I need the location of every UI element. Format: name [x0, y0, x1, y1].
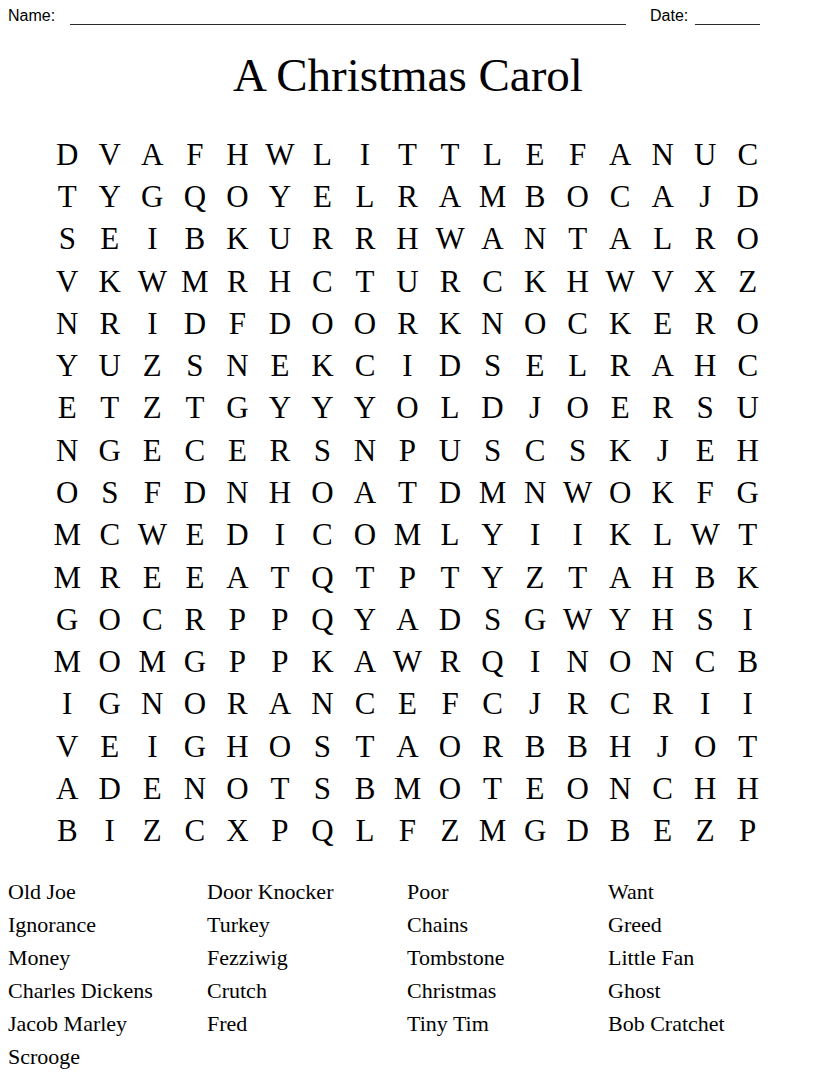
grid-cell-r12c16[interactable]: S — [684, 598, 727, 640]
grid-cell-r11c16[interactable]: B — [684, 556, 727, 598]
grid-cell-r9c10[interactable]: D — [429, 471, 472, 513]
grid-cell-r15c17[interactable]: T — [726, 725, 769, 767]
grid-cell-r16c16[interactable]: H — [684, 767, 727, 809]
grid-cell-r5c7[interactable]: O — [301, 302, 344, 344]
grid-cell-r1c13[interactable]: F — [556, 133, 599, 175]
grid-cell-r17c10[interactable]: Z — [429, 810, 472, 852]
grid-cell-r10c5[interactable]: D — [216, 514, 259, 556]
word-item[interactable]: Charles Dickens — [8, 974, 153, 1007]
word-item[interactable]: Scrooge — [8, 1040, 153, 1073]
grid-cell-r8c4[interactable]: C — [174, 429, 217, 471]
grid-cell-r10c2[interactable]: C — [89, 514, 132, 556]
grid-cell-r5c11[interactable]: N — [471, 302, 514, 344]
grid-cell-r17c16[interactable]: Z — [684, 810, 727, 852]
grid-cell-r17c14[interactable]: B — [599, 810, 642, 852]
grid-cell-r11c4[interactable]: E — [174, 556, 217, 598]
grid-cell-r15c7[interactable]: S — [301, 725, 344, 767]
grid-cell-r13c5[interactable]: P — [216, 641, 259, 683]
grid-cell-r1c2[interactable]: V — [89, 133, 132, 175]
grid-cell-r14c6[interactable]: A — [259, 683, 302, 725]
grid-cell-r3c7[interactable]: R — [301, 218, 344, 260]
grid-cell-r15c10[interactable]: O — [429, 725, 472, 767]
grid-cell-r7c11[interactable]: D — [471, 387, 514, 429]
grid-cell-r2c9[interactable]: R — [386, 175, 429, 217]
grid-cell-r1c12[interactable]: E — [514, 133, 557, 175]
grid-cell-r1c5[interactable]: H — [216, 133, 259, 175]
grid-cell-r9c9[interactable]: T — [386, 471, 429, 513]
grid-cell-r6c15[interactable]: A — [641, 344, 684, 386]
grid-cell-r12c8[interactable]: Y — [344, 598, 387, 640]
grid-cell-r16c12[interactable]: E — [514, 767, 557, 809]
grid-cell-r1c17[interactable]: C — [726, 133, 769, 175]
grid-cell-r15c11[interactable]: R — [471, 725, 514, 767]
grid-cell-r2c7[interactable]: E — [301, 175, 344, 217]
grid-cell-r3c5[interactable]: K — [216, 218, 259, 260]
grid-cell-r3c3[interactable]: I — [131, 218, 174, 260]
grid-cell-r9c1[interactable]: O — [46, 471, 89, 513]
grid-cell-r4c6[interactable]: H — [259, 260, 302, 302]
grid-cell-r10c16[interactable]: W — [684, 514, 727, 556]
word-item[interactable]: Greed — [608, 908, 725, 941]
word-item[interactable]: Tiny Tim — [407, 1007, 504, 1040]
word-item[interactable]: Fezziwig — [207, 941, 333, 974]
grid-cell-r11c5[interactable]: A — [216, 556, 259, 598]
grid-cell-r10c1[interactable]: M — [46, 514, 89, 556]
word-item[interactable]: Crutch — [207, 974, 333, 1007]
grid-cell-r12c14[interactable]: Y — [599, 598, 642, 640]
grid-cell-r13c10[interactable]: R — [429, 641, 472, 683]
grid-cell-r11c10[interactable]: T — [429, 556, 472, 598]
grid-cell-r6c5[interactable]: N — [216, 344, 259, 386]
grid-cell-r16c8[interactable]: B — [344, 767, 387, 809]
grid-cell-r14c1[interactable]: I — [46, 683, 89, 725]
grid-cell-r8c3[interactable]: E — [131, 429, 174, 471]
grid-cell-r12c1[interactable]: G — [46, 598, 89, 640]
grid-cell-r1c8[interactable]: I — [344, 133, 387, 175]
grid-cell-r6c2[interactable]: U — [89, 344, 132, 386]
grid-cell-r5c8[interactable]: O — [344, 302, 387, 344]
grid-cell-r11c13[interactable]: T — [556, 556, 599, 598]
grid-cell-r14c5[interactable]: R — [216, 683, 259, 725]
grid-cell-r8c17[interactable]: H — [726, 429, 769, 471]
grid-cell-r10c14[interactable]: K — [599, 514, 642, 556]
grid-cell-r15c6[interactable]: O — [259, 725, 302, 767]
grid-cell-r17c2[interactable]: I — [89, 810, 132, 852]
grid-cell-r1c1[interactable]: D — [46, 133, 89, 175]
grid-cell-r11c6[interactable]: T — [259, 556, 302, 598]
grid-cell-r12c7[interactable]: Q — [301, 598, 344, 640]
grid-cell-r10c6[interactable]: I — [259, 514, 302, 556]
grid-cell-r5c3[interactable]: I — [131, 302, 174, 344]
grid-cell-r13c12[interactable]: I — [514, 641, 557, 683]
grid-cell-r17c17[interactable]: P — [726, 810, 769, 852]
grid-cell-r15c13[interactable]: B — [556, 725, 599, 767]
grid-cell-r4c17[interactable]: Z — [726, 260, 769, 302]
grid-cell-r12c3[interactable]: C — [131, 598, 174, 640]
name-blank-line[interactable] — [70, 0, 626, 25]
grid-cell-r3c12[interactable]: N — [514, 218, 557, 260]
grid-cell-r4c16[interactable]: X — [684, 260, 727, 302]
grid-cell-r11c12[interactable]: Z — [514, 556, 557, 598]
grid-cell-r2c14[interactable]: C — [599, 175, 642, 217]
grid-cell-r2c12[interactable]: B — [514, 175, 557, 217]
grid-cell-r8c14[interactable]: K — [599, 429, 642, 471]
grid-cell-r7c9[interactable]: O — [386, 387, 429, 429]
grid-cell-r9c2[interactable]: S — [89, 471, 132, 513]
grid-cell-r2c8[interactable]: L — [344, 175, 387, 217]
grid-cell-r2c15[interactable]: A — [641, 175, 684, 217]
grid-cell-r15c8[interactable]: T — [344, 725, 387, 767]
grid-cell-r2c1[interactable]: T — [46, 175, 89, 217]
grid-cell-r9c7[interactable]: O — [301, 471, 344, 513]
grid-cell-r10c9[interactable]: M — [386, 514, 429, 556]
word-item[interactable]: Door Knocker — [207, 875, 333, 908]
grid-cell-r9c13[interactable]: W — [556, 471, 599, 513]
grid-cell-r13c13[interactable]: N — [556, 641, 599, 683]
grid-cell-r4c15[interactable]: V — [641, 260, 684, 302]
grid-cell-r17c3[interactable]: Z — [131, 810, 174, 852]
grid-cell-r8c7[interactable]: S — [301, 429, 344, 471]
grid-cell-r9c16[interactable]: F — [684, 471, 727, 513]
grid-cell-r1c15[interactable]: N — [641, 133, 684, 175]
grid-cell-r1c6[interactable]: W — [259, 133, 302, 175]
grid-cell-r14c7[interactable]: N — [301, 683, 344, 725]
grid-cell-r15c12[interactable]: B — [514, 725, 557, 767]
grid-cell-r13c3[interactable]: M — [131, 641, 174, 683]
grid-cell-r6c16[interactable]: H — [684, 344, 727, 386]
grid-cell-r13c1[interactable]: M — [46, 641, 89, 683]
grid-cell-r4c10[interactable]: R — [429, 260, 472, 302]
grid-cell-r9c17[interactable]: G — [726, 471, 769, 513]
word-item[interactable]: Money — [8, 941, 153, 974]
grid-cell-r14c8[interactable]: C — [344, 683, 387, 725]
grid-cell-r14c17[interactable]: I — [726, 683, 769, 725]
grid-cell-r7c13[interactable]: O — [556, 387, 599, 429]
grid-cell-r11c1[interactable]: M — [46, 556, 89, 598]
grid-cell-r13c8[interactable]: A — [344, 641, 387, 683]
grid-cell-r11c7[interactable]: Q — [301, 556, 344, 598]
grid-cell-r16c10[interactable]: O — [429, 767, 472, 809]
grid-cell-r1c14[interactable]: A — [599, 133, 642, 175]
word-item[interactable]: Ignorance — [8, 908, 153, 941]
grid-cell-r8c13[interactable]: S — [556, 429, 599, 471]
grid-cell-r4c2[interactable]: K — [89, 260, 132, 302]
grid-cell-r7c17[interactable]: U — [726, 387, 769, 429]
grid-cell-r17c15[interactable]: E — [641, 810, 684, 852]
grid-cell-r12c13[interactable]: W — [556, 598, 599, 640]
grid-cell-r16c14[interactable]: N — [599, 767, 642, 809]
grid-cell-r3c14[interactable]: A — [599, 218, 642, 260]
grid-cell-r6c6[interactable]: E — [259, 344, 302, 386]
grid-cell-r12c11[interactable]: S — [471, 598, 514, 640]
grid-cell-r3c10[interactable]: W — [429, 218, 472, 260]
grid-cell-r6c13[interactable]: L — [556, 344, 599, 386]
grid-cell-r8c16[interactable]: E — [684, 429, 727, 471]
grid-cell-r10c10[interactable]: L — [429, 514, 472, 556]
grid-cell-r8c12[interactable]: C — [514, 429, 557, 471]
grid-cell-r12c17[interactable]: I — [726, 598, 769, 640]
grid-cell-r4c12[interactable]: K — [514, 260, 557, 302]
grid-cell-r17c8[interactable]: L — [344, 810, 387, 852]
grid-cell-r2c6[interactable]: Y — [259, 175, 302, 217]
grid-cell-r7c10[interactable]: L — [429, 387, 472, 429]
grid-cell-r1c7[interactable]: L — [301, 133, 344, 175]
grid-cell-r6c10[interactable]: D — [429, 344, 472, 386]
grid-cell-r11c3[interactable]: E — [131, 556, 174, 598]
grid-cell-r10c12[interactable]: I — [514, 514, 557, 556]
grid-cell-r3c2[interactable]: E — [89, 218, 132, 260]
grid-cell-r11c2[interactable]: R — [89, 556, 132, 598]
grid-cell-r1c10[interactable]: T — [429, 133, 472, 175]
grid-cell-r13c15[interactable]: N — [641, 641, 684, 683]
grid-cell-r16c3[interactable]: E — [131, 767, 174, 809]
grid-cell-r9c5[interactable]: N — [216, 471, 259, 513]
word-item[interactable]: Tombstone — [407, 941, 504, 974]
grid-cell-r5c2[interactable]: R — [89, 302, 132, 344]
grid-cell-r9c3[interactable]: F — [131, 471, 174, 513]
grid-cell-r16c17[interactable]: H — [726, 767, 769, 809]
grid-cell-r2c2[interactable]: Y — [89, 175, 132, 217]
grid-cell-r17c11[interactable]: M — [471, 810, 514, 852]
grid-cell-r14c3[interactable]: N — [131, 683, 174, 725]
word-item[interactable]: Poor — [407, 875, 504, 908]
grid-cell-r14c13[interactable]: R — [556, 683, 599, 725]
grid-cell-r16c5[interactable]: O — [216, 767, 259, 809]
grid-cell-r8c11[interactable]: S — [471, 429, 514, 471]
grid-cell-r4c4[interactable]: M — [174, 260, 217, 302]
word-item[interactable]: Old Joe — [8, 875, 153, 908]
grid-cell-r3c15[interactable]: L — [641, 218, 684, 260]
grid-cell-r5c17[interactable]: O — [726, 302, 769, 344]
grid-cell-r10c13[interactable]: I — [556, 514, 599, 556]
grid-cell-r2c17[interactable]: D — [726, 175, 769, 217]
grid-cell-r7c5[interactable]: G — [216, 387, 259, 429]
grid-cell-r17c5[interactable]: X — [216, 810, 259, 852]
grid-cell-r15c4[interactable]: G — [174, 725, 217, 767]
grid-cell-r15c9[interactable]: A — [386, 725, 429, 767]
grid-cell-r7c1[interactable]: E — [46, 387, 89, 429]
grid-cell-r14c4[interactable]: O — [174, 683, 217, 725]
grid-cell-r13c14[interactable]: O — [599, 641, 642, 683]
word-item[interactable]: Ghost — [608, 974, 725, 1007]
grid-cell-r7c6[interactable]: Y — [259, 387, 302, 429]
grid-cell-r8c5[interactable]: E — [216, 429, 259, 471]
grid-cell-r5c10[interactable]: K — [429, 302, 472, 344]
grid-cell-r6c11[interactable]: S — [471, 344, 514, 386]
grid-cell-r16c6[interactable]: T — [259, 767, 302, 809]
grid-cell-r14c14[interactable]: C — [599, 683, 642, 725]
grid-cell-r15c15[interactable]: J — [641, 725, 684, 767]
grid-cell-r2c11[interactable]: M — [471, 175, 514, 217]
grid-cell-r5c9[interactable]: R — [386, 302, 429, 344]
grid-cell-r2c5[interactable]: O — [216, 175, 259, 217]
grid-cell-r1c4[interactable]: F — [174, 133, 217, 175]
grid-cell-r7c3[interactable]: Z — [131, 387, 174, 429]
grid-cell-r7c16[interactable]: S — [684, 387, 727, 429]
grid-cell-r6c9[interactable]: I — [386, 344, 429, 386]
grid-cell-r3c16[interactable]: R — [684, 218, 727, 260]
grid-cell-r17c1[interactable]: B — [46, 810, 89, 852]
grid-cell-r16c15[interactable]: C — [641, 767, 684, 809]
grid-cell-r6c1[interactable]: Y — [46, 344, 89, 386]
grid-cell-r3c11[interactable]: A — [471, 218, 514, 260]
grid-cell-r8c1[interactable]: N — [46, 429, 89, 471]
grid-cell-r17c7[interactable]: Q — [301, 810, 344, 852]
grid-cell-r17c4[interactable]: C — [174, 810, 217, 852]
grid-cell-r16c13[interactable]: O — [556, 767, 599, 809]
grid-cell-r9c12[interactable]: N — [514, 471, 557, 513]
grid-cell-r15c16[interactable]: O — [684, 725, 727, 767]
grid-cell-r5c1[interactable]: N — [46, 302, 89, 344]
grid-cell-r11c11[interactable]: Y — [471, 556, 514, 598]
grid-cell-r7c2[interactable]: T — [89, 387, 132, 429]
grid-cell-r13c16[interactable]: C — [684, 641, 727, 683]
grid-cell-r4c7[interactable]: C — [301, 260, 344, 302]
grid-cell-r15c14[interactable]: H — [599, 725, 642, 767]
grid-cell-r13c11[interactable]: Q — [471, 641, 514, 683]
grid-cell-r3c1[interactable]: S — [46, 218, 89, 260]
grid-cell-r13c6[interactable]: P — [259, 641, 302, 683]
grid-cell-r14c12[interactable]: J — [514, 683, 557, 725]
grid-cell-r5c5[interactable]: F — [216, 302, 259, 344]
grid-cell-r12c4[interactable]: R — [174, 598, 217, 640]
grid-cell-r8c6[interactable]: R — [259, 429, 302, 471]
grid-cell-r8c9[interactable]: P — [386, 429, 429, 471]
word-item[interactable]: Want — [608, 875, 725, 908]
grid-cell-r3c4[interactable]: B — [174, 218, 217, 260]
grid-cell-r2c3[interactable]: G — [131, 175, 174, 217]
grid-cell-r4c3[interactable]: W — [131, 260, 174, 302]
grid-cell-r8c2[interactable]: G — [89, 429, 132, 471]
grid-cell-r5c16[interactable]: R — [684, 302, 727, 344]
grid-cell-r6c4[interactable]: S — [174, 344, 217, 386]
word-item[interactable]: Little Fan — [608, 941, 725, 974]
grid-cell-r4c8[interactable]: T — [344, 260, 387, 302]
grid-cell-r5c13[interactable]: C — [556, 302, 599, 344]
grid-cell-r3c6[interactable]: U — [259, 218, 302, 260]
grid-cell-r17c6[interactable]: P — [259, 810, 302, 852]
grid-cell-r7c14[interactable]: E — [599, 387, 642, 429]
grid-cell-r5c15[interactable]: E — [641, 302, 684, 344]
word-item[interactable]: Christmas — [407, 974, 504, 1007]
grid-cell-r14c11[interactable]: C — [471, 683, 514, 725]
grid-cell-r5c14[interactable]: K — [599, 302, 642, 344]
grid-cell-r4c11[interactable]: C — [471, 260, 514, 302]
grid-cell-r17c9[interactable]: F — [386, 810, 429, 852]
grid-cell-r14c9[interactable]: E — [386, 683, 429, 725]
grid-cell-r1c9[interactable]: T — [386, 133, 429, 175]
grid-cell-r5c4[interactable]: D — [174, 302, 217, 344]
grid-cell-r14c10[interactable]: F — [429, 683, 472, 725]
grid-cell-r9c6[interactable]: H — [259, 471, 302, 513]
grid-cell-r13c2[interactable]: O — [89, 641, 132, 683]
grid-cell-r4c9[interactable]: U — [386, 260, 429, 302]
grid-cell-r9c4[interactable]: D — [174, 471, 217, 513]
grid-cell-r7c15[interactable]: R — [641, 387, 684, 429]
grid-cell-r4c1[interactable]: V — [46, 260, 89, 302]
grid-cell-r15c5[interactable]: H — [216, 725, 259, 767]
grid-cell-r16c7[interactable]: S — [301, 767, 344, 809]
grid-cell-r16c9[interactable]: M — [386, 767, 429, 809]
grid-cell-r1c16[interactable]: U — [684, 133, 727, 175]
grid-cell-r6c17[interactable]: C — [726, 344, 769, 386]
grid-cell-r10c4[interactable]: E — [174, 514, 217, 556]
word-item[interactable]: Turkey — [207, 908, 333, 941]
grid-cell-r9c11[interactable]: M — [471, 471, 514, 513]
grid-cell-r1c11[interactable]: L — [471, 133, 514, 175]
grid-cell-r12c6[interactable]: P — [259, 598, 302, 640]
grid-cell-r2c10[interactable]: A — [429, 175, 472, 217]
grid-cell-r2c13[interactable]: O — [556, 175, 599, 217]
grid-cell-r3c17[interactable]: O — [726, 218, 769, 260]
grid-cell-r3c13[interactable]: T — [556, 218, 599, 260]
grid-cell-r16c2[interactable]: D — [89, 767, 132, 809]
grid-cell-r11c15[interactable]: H — [641, 556, 684, 598]
grid-cell-r14c2[interactable]: G — [89, 683, 132, 725]
grid-cell-r10c8[interactable]: O — [344, 514, 387, 556]
grid-cell-r16c4[interactable]: N — [174, 767, 217, 809]
grid-cell-r14c15[interactable]: R — [641, 683, 684, 725]
grid-cell-r12c5[interactable]: P — [216, 598, 259, 640]
grid-cell-r15c3[interactable]: I — [131, 725, 174, 767]
grid-cell-r10c3[interactable]: W — [131, 514, 174, 556]
grid-cell-r13c17[interactable]: B — [726, 641, 769, 683]
grid-cell-r6c12[interactable]: E — [514, 344, 557, 386]
grid-cell-r4c5[interactable]: R — [216, 260, 259, 302]
grid-cell-r14c16[interactable]: I — [684, 683, 727, 725]
grid-cell-r10c11[interactable]: Y — [471, 514, 514, 556]
grid-cell-r11c9[interactable]: P — [386, 556, 429, 598]
grid-cell-r8c10[interactable]: U — [429, 429, 472, 471]
grid-cell-r13c9[interactable]: W — [386, 641, 429, 683]
grid-cell-r1c3[interactable]: A — [131, 133, 174, 175]
grid-cell-r8c15[interactable]: J — [641, 429, 684, 471]
grid-cell-r15c2[interactable]: E — [89, 725, 132, 767]
grid-cell-r7c12[interactable]: J — [514, 387, 557, 429]
grid-cell-r10c15[interactable]: L — [641, 514, 684, 556]
grid-cell-r16c1[interactable]: A — [46, 767, 89, 809]
word-item[interactable]: Jacob Marley — [8, 1007, 153, 1040]
grid-cell-r10c7[interactable]: C — [301, 514, 344, 556]
grid-cell-r6c3[interactable]: Z — [131, 344, 174, 386]
grid-cell-r8c8[interactable]: N — [344, 429, 387, 471]
grid-cell-r4c14[interactable]: W — [599, 260, 642, 302]
word-item[interactable]: Chains — [407, 908, 504, 941]
grid-cell-r17c13[interactable]: D — [556, 810, 599, 852]
grid-cell-r11c17[interactable]: K — [726, 556, 769, 598]
grid-cell-r2c16[interactable]: J — [684, 175, 727, 217]
grid-cell-r16c11[interactable]: T — [471, 767, 514, 809]
grid-cell-r5c12[interactable]: O — [514, 302, 557, 344]
grid-cell-r11c14[interactable]: A — [599, 556, 642, 598]
grid-cell-r17c12[interactable]: G — [514, 810, 557, 852]
grid-cell-r6c7[interactable]: K — [301, 344, 344, 386]
grid-cell-r12c15[interactable]: H — [641, 598, 684, 640]
grid-cell-r11c8[interactable]: T — [344, 556, 387, 598]
grid-cell-r9c14[interactable]: O — [599, 471, 642, 513]
word-item[interactable]: Fred — [207, 1007, 333, 1040]
grid-cell-r9c8[interactable]: A — [344, 471, 387, 513]
grid-cell-r5c6[interactable]: D — [259, 302, 302, 344]
grid-cell-r4c13[interactable]: H — [556, 260, 599, 302]
grid-cell-r7c7[interactable]: Y — [301, 387, 344, 429]
grid-cell-r6c8[interactable]: C — [344, 344, 387, 386]
grid-cell-r12c12[interactable]: G — [514, 598, 557, 640]
grid-cell-r13c4[interactable]: G — [174, 641, 217, 683]
grid-cell-r6c14[interactable]: R — [599, 344, 642, 386]
grid-cell-r12c10[interactable]: D — [429, 598, 472, 640]
grid-cell-r12c2[interactable]: O — [89, 598, 132, 640]
